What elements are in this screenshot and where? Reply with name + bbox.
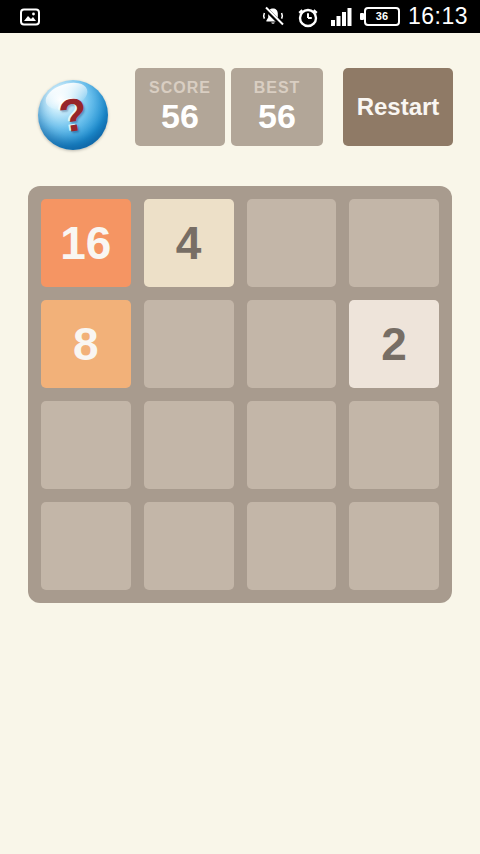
question-mark-icon: ? [56, 90, 91, 140]
tile-8-r2c1: 8 [41, 300, 131, 388]
score-label: SCORE [135, 79, 225, 97]
empty-cell-r3c4 [349, 401, 439, 489]
empty-cell-r2c2 [144, 300, 234, 388]
empty-cell-r1c4 [349, 199, 439, 287]
empty-cell-r3c2 [144, 401, 234, 489]
signal-icon [331, 7, 353, 27]
empty-cell-r4c3 [247, 502, 337, 590]
status-bar[interactable]: 36 16:13 [0, 0, 480, 33]
empty-cell-r2c3 [247, 300, 337, 388]
empty-cell-r3c3 [247, 401, 337, 489]
screenshot-icon [18, 5, 42, 29]
empty-cell-r4c4 [349, 502, 439, 590]
empty-cell-r4c2 [144, 502, 234, 590]
battery-level: 36 [376, 11, 388, 22]
restart-button[interactable]: Restart [343, 68, 453, 146]
app-screen: 36 16:13 ? SCORE 56 BEST 56 Restart 1648… [0, 0, 480, 854]
best-value: 56 [231, 97, 323, 136]
tile-4-r1c2: 4 [144, 199, 234, 287]
alarm-icon [296, 5, 320, 29]
help-button[interactable]: ? [38, 80, 108, 150]
tile-2-r2c4: 2 [349, 300, 439, 388]
empty-cell-r1c3 [247, 199, 337, 287]
score-box: SCORE 56 [135, 68, 225, 146]
best-box: BEST 56 [231, 68, 323, 146]
best-label: BEST [231, 79, 323, 97]
tile-16-r1c1: 16 [41, 199, 131, 287]
battery-icon: 36 [364, 7, 400, 26]
clock-time: 16:13 [408, 3, 468, 30]
empty-cell-r4c1 [41, 502, 131, 590]
board[interactable]: 16482 [28, 186, 452, 603]
empty-cell-r3c1 [41, 401, 131, 489]
mute-vibrate-icon [261, 5, 285, 29]
score-value: 56 [135, 97, 225, 136]
